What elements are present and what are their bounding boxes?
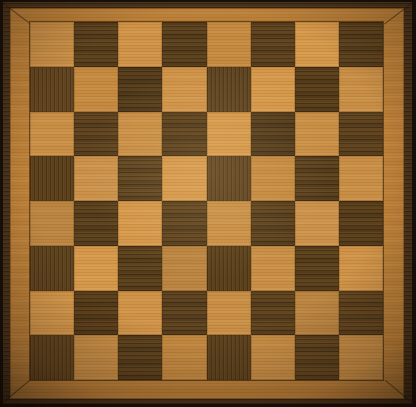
square-e4[interactable] xyxy=(207,201,251,246)
square-d2[interactable] xyxy=(162,291,206,336)
square-e3[interactable] xyxy=(207,246,251,291)
square-c5[interactable] xyxy=(118,156,162,201)
square-b5[interactable] xyxy=(74,156,118,201)
square-b4[interactable] xyxy=(74,201,118,246)
square-f1[interactable] xyxy=(251,335,295,380)
square-a1[interactable] xyxy=(30,335,74,380)
square-c1[interactable] xyxy=(118,335,162,380)
square-a5[interactable] xyxy=(30,156,74,201)
square-g5[interactable] xyxy=(295,156,339,201)
square-f8[interactable] xyxy=(251,22,295,67)
square-g6[interactable] xyxy=(295,112,339,157)
square-a3[interactable] xyxy=(30,246,74,291)
square-a4[interactable] xyxy=(30,201,74,246)
square-g2[interactable] xyxy=(295,291,339,336)
square-e7[interactable] xyxy=(207,67,251,112)
square-c3[interactable] xyxy=(118,246,162,291)
square-d7[interactable] xyxy=(162,67,206,112)
square-d6[interactable] xyxy=(162,112,206,157)
square-e1[interactable] xyxy=(207,335,251,380)
square-f4[interactable] xyxy=(251,201,295,246)
square-a2[interactable] xyxy=(30,291,74,336)
square-a8[interactable] xyxy=(30,22,74,67)
chessboard-photo xyxy=(0,0,416,407)
square-c7[interactable] xyxy=(118,67,162,112)
square-g7[interactable] xyxy=(295,67,339,112)
square-b2[interactable] xyxy=(74,291,118,336)
square-f2[interactable] xyxy=(251,291,295,336)
square-e6[interactable] xyxy=(207,112,251,157)
square-b3[interactable] xyxy=(74,246,118,291)
square-c4[interactable] xyxy=(118,201,162,246)
square-d1[interactable] xyxy=(162,335,206,380)
square-h1[interactable] xyxy=(339,335,383,380)
square-b7[interactable] xyxy=(74,67,118,112)
square-b8[interactable] xyxy=(74,22,118,67)
square-g8[interactable] xyxy=(295,22,339,67)
chess-board xyxy=(30,22,383,380)
square-f6[interactable] xyxy=(251,112,295,157)
square-c6[interactable] xyxy=(118,112,162,157)
square-h7[interactable] xyxy=(339,67,383,112)
square-d3[interactable] xyxy=(162,246,206,291)
square-d5[interactable] xyxy=(162,156,206,201)
square-f5[interactable] xyxy=(251,156,295,201)
square-d4[interactable] xyxy=(162,201,206,246)
square-h4[interactable] xyxy=(339,201,383,246)
square-h2[interactable] xyxy=(339,291,383,336)
square-c2[interactable] xyxy=(118,291,162,336)
square-d8[interactable] xyxy=(162,22,206,67)
square-e2[interactable] xyxy=(207,291,251,336)
square-f3[interactable] xyxy=(251,246,295,291)
square-h8[interactable] xyxy=(339,22,383,67)
square-b6[interactable] xyxy=(74,112,118,157)
square-e5[interactable] xyxy=(207,156,251,201)
square-a7[interactable] xyxy=(30,67,74,112)
square-g3[interactable] xyxy=(295,246,339,291)
square-c8[interactable] xyxy=(118,22,162,67)
square-f7[interactable] xyxy=(251,67,295,112)
square-g1[interactable] xyxy=(295,335,339,380)
square-h5[interactable] xyxy=(339,156,383,201)
square-e8[interactable] xyxy=(207,22,251,67)
square-h6[interactable] xyxy=(339,112,383,157)
square-h3[interactable] xyxy=(339,246,383,291)
square-g4[interactable] xyxy=(295,201,339,246)
square-a6[interactable] xyxy=(30,112,74,157)
square-b1[interactable] xyxy=(74,335,118,380)
